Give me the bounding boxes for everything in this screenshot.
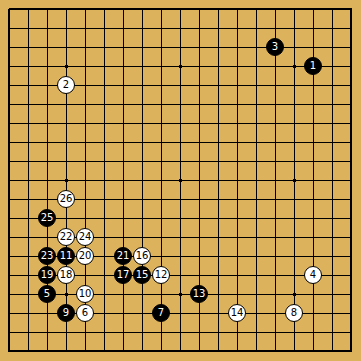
intersection-0-11[interactable] xyxy=(0,209,19,228)
intersection-14-5[interactable] xyxy=(266,95,285,114)
intersection-10-5[interactable] xyxy=(190,95,209,114)
intersection-12-11[interactable] xyxy=(228,209,247,228)
intersection-16-11[interactable] xyxy=(304,209,323,228)
intersection-12-12[interactable] xyxy=(228,228,247,247)
intersection-7-6[interactable] xyxy=(133,114,152,133)
intersection-16-17[interactable] xyxy=(304,323,323,342)
intersection-9-6[interactable] xyxy=(171,114,190,133)
intersection-11-3[interactable] xyxy=(209,57,228,76)
intersection-4-3[interactable] xyxy=(76,57,95,76)
intersection-18-14[interactable] xyxy=(342,266,361,285)
intersection-13-8[interactable] xyxy=(247,152,266,171)
intersection-13-16[interactable] xyxy=(247,304,266,323)
intersection-8-17[interactable] xyxy=(152,323,171,342)
intersection-7-8[interactable] xyxy=(133,152,152,171)
intersection-8-10[interactable] xyxy=(152,190,171,209)
intersection-16-4[interactable] xyxy=(304,76,323,95)
intersection-16-18[interactable] xyxy=(304,342,323,361)
intersection-17-12[interactable] xyxy=(323,228,342,247)
intersection-3-17[interactable] xyxy=(57,323,76,342)
intersection-18-7[interactable] xyxy=(342,133,361,152)
intersection-1-18[interactable] xyxy=(19,342,38,361)
intersection-0-2[interactable] xyxy=(0,38,19,57)
intersection-15-17[interactable] xyxy=(285,323,304,342)
intersection-17-9[interactable] xyxy=(323,171,342,190)
intersection-1-5[interactable] xyxy=(19,95,38,114)
intersection-9-2[interactable] xyxy=(171,38,190,57)
intersection-15-15[interactable] xyxy=(285,285,304,304)
intersection-11-2[interactable] xyxy=(209,38,228,57)
intersection-6-15[interactable] xyxy=(114,285,133,304)
intersection-14-14[interactable] xyxy=(266,266,285,285)
intersection-15-7[interactable] xyxy=(285,133,304,152)
intersection-9-1[interactable] xyxy=(171,19,190,38)
intersection-7-10[interactable] xyxy=(133,190,152,209)
intersection-10-0[interactable] xyxy=(190,0,209,19)
intersection-9-18[interactable] xyxy=(171,342,190,361)
intersection-0-6[interactable] xyxy=(0,114,19,133)
intersection-16-9[interactable] xyxy=(304,171,323,190)
intersection-8-1[interactable] xyxy=(152,19,171,38)
intersection-13-17[interactable] xyxy=(247,323,266,342)
intersection-5-2[interactable] xyxy=(95,38,114,57)
intersection-15-4[interactable] xyxy=(285,76,304,95)
intersection-9-7[interactable] xyxy=(171,133,190,152)
intersection-0-0[interactable] xyxy=(0,0,19,19)
intersection-1-0[interactable] xyxy=(19,0,38,19)
intersection-0-7[interactable] xyxy=(0,133,19,152)
intersection-12-5[interactable] xyxy=(228,95,247,114)
intersection-2-16[interactable] xyxy=(38,304,57,323)
intersection-2-0[interactable] xyxy=(38,0,57,19)
intersection-8-4[interactable] xyxy=(152,76,171,95)
intersection-10-17[interactable] xyxy=(190,323,209,342)
intersection-7-0[interactable] xyxy=(133,0,152,19)
intersection-7-18[interactable] xyxy=(133,342,152,361)
intersection-14-10[interactable] xyxy=(266,190,285,209)
intersection-7-11[interactable] xyxy=(133,209,152,228)
intersection-18-8[interactable] xyxy=(342,152,361,171)
intersection-11-6[interactable] xyxy=(209,114,228,133)
intersection-16-7[interactable] xyxy=(304,133,323,152)
intersection-17-16[interactable] xyxy=(323,304,342,323)
intersection-4-6[interactable] xyxy=(76,114,95,133)
intersection-7-3[interactable] xyxy=(133,57,152,76)
intersection-7-16[interactable] xyxy=(133,304,152,323)
intersection-18-10[interactable] xyxy=(342,190,361,209)
intersection-12-8[interactable] xyxy=(228,152,247,171)
intersection-8-2[interactable] xyxy=(152,38,171,57)
intersection-3-7[interactable] xyxy=(57,133,76,152)
intersection-16-10[interactable] xyxy=(304,190,323,209)
intersection-16-1[interactable] xyxy=(304,19,323,38)
intersection-15-12[interactable] xyxy=(285,228,304,247)
intersection-11-11[interactable] xyxy=(209,209,228,228)
intersection-13-7[interactable] xyxy=(247,133,266,152)
intersection-15-13[interactable] xyxy=(285,247,304,266)
intersection-18-6[interactable] xyxy=(342,114,361,133)
intersection-12-0[interactable] xyxy=(228,0,247,19)
intersection-7-4[interactable] xyxy=(133,76,152,95)
intersection-5-11[interactable] xyxy=(95,209,114,228)
intersection-2-5[interactable] xyxy=(38,95,57,114)
intersection-12-17[interactable] xyxy=(228,323,247,342)
intersection-9-8[interactable] xyxy=(171,152,190,171)
intersection-5-15[interactable] xyxy=(95,285,114,304)
intersection-14-9[interactable] xyxy=(266,171,285,190)
intersection-0-13[interactable] xyxy=(0,247,19,266)
intersection-13-0[interactable] xyxy=(247,0,266,19)
intersection-6-8[interactable] xyxy=(114,152,133,171)
intersection-1-4[interactable] xyxy=(19,76,38,95)
intersection-17-3[interactable] xyxy=(323,57,342,76)
intersection-16-16[interactable] xyxy=(304,304,323,323)
intersection-4-4[interactable] xyxy=(76,76,95,95)
intersection-3-11[interactable] xyxy=(57,209,76,228)
intersection-12-18[interactable] xyxy=(228,342,247,361)
intersection-16-15[interactable] xyxy=(304,285,323,304)
intersection-6-7[interactable] xyxy=(114,133,133,152)
intersection-17-14[interactable] xyxy=(323,266,342,285)
intersection-13-9[interactable] xyxy=(247,171,266,190)
intersection-1-1[interactable] xyxy=(19,19,38,38)
intersection-14-13[interactable] xyxy=(266,247,285,266)
intersection-5-17[interactable] xyxy=(95,323,114,342)
intersection-11-10[interactable] xyxy=(209,190,228,209)
intersection-0-4[interactable] xyxy=(0,76,19,95)
intersection-7-15[interactable] xyxy=(133,285,152,304)
intersection-10-3[interactable] xyxy=(190,57,209,76)
intersection-12-2[interactable] xyxy=(228,38,247,57)
intersection-15-1[interactable] xyxy=(285,19,304,38)
intersection-2-7[interactable] xyxy=(38,133,57,152)
intersection-2-4[interactable] xyxy=(38,76,57,95)
intersection-6-1[interactable] xyxy=(114,19,133,38)
intersection-18-1[interactable] xyxy=(342,19,361,38)
intersection-0-8[interactable] xyxy=(0,152,19,171)
intersection-8-11[interactable] xyxy=(152,209,171,228)
intersection-0-5[interactable] xyxy=(0,95,19,114)
intersection-3-15[interactable] xyxy=(57,285,76,304)
intersection-1-13[interactable] xyxy=(19,247,38,266)
intersection-2-1[interactable] xyxy=(38,19,57,38)
intersection-13-14[interactable] xyxy=(247,266,266,285)
intersection-15-9[interactable] xyxy=(285,171,304,190)
intersection-4-10[interactable] xyxy=(76,190,95,209)
intersection-6-2[interactable] xyxy=(114,38,133,57)
intersection-5-13[interactable] xyxy=(95,247,114,266)
intersection-17-18[interactable] xyxy=(323,342,342,361)
intersection-17-4[interactable] xyxy=(323,76,342,95)
intersection-12-15[interactable] xyxy=(228,285,247,304)
intersection-10-4[interactable] xyxy=(190,76,209,95)
intersection-1-11[interactable] xyxy=(19,209,38,228)
intersection-10-18[interactable] xyxy=(190,342,209,361)
intersection-9-4[interactable] xyxy=(171,76,190,95)
intersection-7-12[interactable] xyxy=(133,228,152,247)
intersection-5-3[interactable] xyxy=(95,57,114,76)
intersection-11-8[interactable] xyxy=(209,152,228,171)
intersection-6-11[interactable] xyxy=(114,209,133,228)
intersection-13-15[interactable] xyxy=(247,285,266,304)
intersection-6-12[interactable] xyxy=(114,228,133,247)
intersection-7-17[interactable] xyxy=(133,323,152,342)
intersection-11-5[interactable] xyxy=(209,95,228,114)
intersection-10-10[interactable] xyxy=(190,190,209,209)
intersection-17-2[interactable] xyxy=(323,38,342,57)
intersection-8-9[interactable] xyxy=(152,171,171,190)
intersection-3-18[interactable] xyxy=(57,342,76,361)
intersection-1-2[interactable] xyxy=(19,38,38,57)
intersection-4-18[interactable] xyxy=(76,342,95,361)
intersection-5-10[interactable] xyxy=(95,190,114,209)
intersection-14-18[interactable] xyxy=(266,342,285,361)
intersection-2-8[interactable] xyxy=(38,152,57,171)
intersection-7-2[interactable] xyxy=(133,38,152,57)
intersection-5-1[interactable] xyxy=(95,19,114,38)
intersection-18-4[interactable] xyxy=(342,76,361,95)
intersection-6-18[interactable] xyxy=(114,342,133,361)
intersection-4-5[interactable] xyxy=(76,95,95,114)
intersection-4-9[interactable] xyxy=(76,171,95,190)
intersection-0-18[interactable] xyxy=(0,342,19,361)
intersection-13-5[interactable] xyxy=(247,95,266,114)
intersection-15-5[interactable] xyxy=(285,95,304,114)
intersection-18-12[interactable] xyxy=(342,228,361,247)
intersection-5-6[interactable] xyxy=(95,114,114,133)
intersection-2-6[interactable] xyxy=(38,114,57,133)
intersection-16-0[interactable] xyxy=(304,0,323,19)
intersection-14-7[interactable] xyxy=(266,133,285,152)
intersection-2-9[interactable] xyxy=(38,171,57,190)
intersection-14-12[interactable] xyxy=(266,228,285,247)
intersection-16-8[interactable] xyxy=(304,152,323,171)
intersection-6-10[interactable] xyxy=(114,190,133,209)
intersection-7-1[interactable] xyxy=(133,19,152,38)
intersection-9-12[interactable] xyxy=(171,228,190,247)
intersection-6-0[interactable] xyxy=(114,0,133,19)
intersection-9-5[interactable] xyxy=(171,95,190,114)
intersection-5-7[interactable] xyxy=(95,133,114,152)
intersection-0-17[interactable] xyxy=(0,323,19,342)
intersection-5-9[interactable] xyxy=(95,171,114,190)
intersection-8-6[interactable] xyxy=(152,114,171,133)
intersection-8-5[interactable] xyxy=(152,95,171,114)
intersection-4-8[interactable] xyxy=(76,152,95,171)
intersection-5-4[interactable] xyxy=(95,76,114,95)
intersection-0-9[interactable] xyxy=(0,171,19,190)
intersection-8-0[interactable] xyxy=(152,0,171,19)
intersection-0-14[interactable] xyxy=(0,266,19,285)
intersection-16-12[interactable] xyxy=(304,228,323,247)
intersection-17-11[interactable] xyxy=(323,209,342,228)
intersection-17-6[interactable] xyxy=(323,114,342,133)
intersection-18-3[interactable] xyxy=(342,57,361,76)
intersection-15-6[interactable] xyxy=(285,114,304,133)
intersection-17-8[interactable] xyxy=(323,152,342,171)
intersection-17-0[interactable] xyxy=(323,0,342,19)
intersection-9-11[interactable] xyxy=(171,209,190,228)
intersection-15-3[interactable] xyxy=(285,57,304,76)
intersection-10-12[interactable] xyxy=(190,228,209,247)
intersection-11-14[interactable] xyxy=(209,266,228,285)
intersection-10-14[interactable] xyxy=(190,266,209,285)
intersection-3-9[interactable] xyxy=(57,171,76,190)
intersection-1-16[interactable] xyxy=(19,304,38,323)
intersection-18-18[interactable] xyxy=(342,342,361,361)
intersection-12-4[interactable] xyxy=(228,76,247,95)
intersection-4-14[interactable] xyxy=(76,266,95,285)
intersection-3-8[interactable] xyxy=(57,152,76,171)
intersection-10-2[interactable] xyxy=(190,38,209,57)
intersection-13-6[interactable] xyxy=(247,114,266,133)
intersection-11-0[interactable] xyxy=(209,0,228,19)
intersection-18-0[interactable] xyxy=(342,0,361,19)
intersection-17-10[interactable] xyxy=(323,190,342,209)
intersection-12-10[interactable] xyxy=(228,190,247,209)
intersection-11-12[interactable] xyxy=(209,228,228,247)
intersection-0-15[interactable] xyxy=(0,285,19,304)
intersection-3-3[interactable] xyxy=(57,57,76,76)
intersection-2-10[interactable] xyxy=(38,190,57,209)
intersection-17-7[interactable] xyxy=(323,133,342,152)
intersection-9-0[interactable] xyxy=(171,0,190,19)
intersection-11-1[interactable] xyxy=(209,19,228,38)
intersection-8-15[interactable] xyxy=(152,285,171,304)
intersection-12-13[interactable] xyxy=(228,247,247,266)
intersection-15-11[interactable] xyxy=(285,209,304,228)
intersection-6-17[interactable] xyxy=(114,323,133,342)
intersection-17-1[interactable] xyxy=(323,19,342,38)
intersection-11-7[interactable] xyxy=(209,133,228,152)
intersection-16-5[interactable] xyxy=(304,95,323,114)
intersection-10-8[interactable] xyxy=(190,152,209,171)
intersection-13-3[interactable] xyxy=(247,57,266,76)
intersection-4-11[interactable] xyxy=(76,209,95,228)
intersection-12-9[interactable] xyxy=(228,171,247,190)
intersection-9-3[interactable] xyxy=(171,57,190,76)
intersection-18-16[interactable] xyxy=(342,304,361,323)
intersection-1-14[interactable] xyxy=(19,266,38,285)
intersection-18-13[interactable] xyxy=(342,247,361,266)
intersection-8-3[interactable] xyxy=(152,57,171,76)
intersection-9-9[interactable] xyxy=(171,171,190,190)
intersection-4-17[interactable] xyxy=(76,323,95,342)
intersection-9-13[interactable] xyxy=(171,247,190,266)
intersection-8-7[interactable] xyxy=(152,133,171,152)
intersection-14-1[interactable] xyxy=(266,19,285,38)
intersection-11-13[interactable] xyxy=(209,247,228,266)
intersection-5-5[interactable] xyxy=(95,95,114,114)
intersection-4-2[interactable] xyxy=(76,38,95,57)
intersection-3-1[interactable] xyxy=(57,19,76,38)
intersection-2-12[interactable] xyxy=(38,228,57,247)
intersection-1-17[interactable] xyxy=(19,323,38,342)
intersection-13-11[interactable] xyxy=(247,209,266,228)
intersection-2-18[interactable] xyxy=(38,342,57,361)
intersection-5-8[interactable] xyxy=(95,152,114,171)
intersection-6-16[interactable] xyxy=(114,304,133,323)
intersection-10-6[interactable] xyxy=(190,114,209,133)
intersection-17-17[interactable] xyxy=(323,323,342,342)
intersection-8-18[interactable] xyxy=(152,342,171,361)
intersection-14-11[interactable] xyxy=(266,209,285,228)
intersection-11-15[interactable] xyxy=(209,285,228,304)
intersection-3-0[interactable] xyxy=(57,0,76,19)
intersection-0-1[interactable] xyxy=(0,19,19,38)
intersection-17-13[interactable] xyxy=(323,247,342,266)
intersection-18-15[interactable] xyxy=(342,285,361,304)
intersection-18-17[interactable] xyxy=(342,323,361,342)
intersection-6-3[interactable] xyxy=(114,57,133,76)
intersection-2-3[interactable] xyxy=(38,57,57,76)
intersection-14-6[interactable] xyxy=(266,114,285,133)
intersection-4-7[interactable] xyxy=(76,133,95,152)
intersection-15-0[interactable] xyxy=(285,0,304,19)
intersection-13-4[interactable] xyxy=(247,76,266,95)
intersection-5-18[interactable] xyxy=(95,342,114,361)
intersection-14-16[interactable] xyxy=(266,304,285,323)
intersection-7-7[interactable] xyxy=(133,133,152,152)
intersection-17-15[interactable] xyxy=(323,285,342,304)
intersection-11-9[interactable] xyxy=(209,171,228,190)
intersection-11-16[interactable] xyxy=(209,304,228,323)
intersection-1-8[interactable] xyxy=(19,152,38,171)
intersection-9-14[interactable] xyxy=(171,266,190,285)
intersection-1-15[interactable] xyxy=(19,285,38,304)
intersection-6-4[interactable] xyxy=(114,76,133,95)
intersection-0-12[interactable] xyxy=(0,228,19,247)
intersection-10-13[interactable] xyxy=(190,247,209,266)
intersection-3-6[interactable] xyxy=(57,114,76,133)
intersection-5-12[interactable] xyxy=(95,228,114,247)
intersection-12-14[interactable] xyxy=(228,266,247,285)
intersection-4-0[interactable] xyxy=(76,0,95,19)
intersection-1-12[interactable] xyxy=(19,228,38,247)
intersection-7-5[interactable] xyxy=(133,95,152,114)
intersection-13-10[interactable] xyxy=(247,190,266,209)
intersection-18-5[interactable] xyxy=(342,95,361,114)
intersection-16-6[interactable] xyxy=(304,114,323,133)
intersection-18-2[interactable] xyxy=(342,38,361,57)
intersection-14-3[interactable] xyxy=(266,57,285,76)
intersection-13-2[interactable] xyxy=(247,38,266,57)
intersection-18-9[interactable] xyxy=(342,171,361,190)
intersection-2-2[interactable] xyxy=(38,38,57,57)
intersection-1-9[interactable] xyxy=(19,171,38,190)
intersection-1-3[interactable] xyxy=(19,57,38,76)
intersection-10-7[interactable] xyxy=(190,133,209,152)
intersection-8-12[interactable] xyxy=(152,228,171,247)
intersection-1-10[interactable] xyxy=(19,190,38,209)
intersection-9-10[interactable] xyxy=(171,190,190,209)
intersection-6-6[interactable] xyxy=(114,114,133,133)
intersection-1-6[interactable] xyxy=(19,114,38,133)
intersection-12-7[interactable] xyxy=(228,133,247,152)
intersection-15-14[interactable] xyxy=(285,266,304,285)
intersection-13-12[interactable] xyxy=(247,228,266,247)
intersection-12-1[interactable] xyxy=(228,19,247,38)
intersection-8-8[interactable] xyxy=(152,152,171,171)
intersection-14-0[interactable] xyxy=(266,0,285,19)
intersection-16-13[interactable] xyxy=(304,247,323,266)
intersection-15-8[interactable] xyxy=(285,152,304,171)
intersection-10-16[interactable] xyxy=(190,304,209,323)
intersection-9-17[interactable] xyxy=(171,323,190,342)
intersection-11-18[interactable] xyxy=(209,342,228,361)
intersection-15-2[interactable] xyxy=(285,38,304,57)
intersection-14-15[interactable] xyxy=(266,285,285,304)
